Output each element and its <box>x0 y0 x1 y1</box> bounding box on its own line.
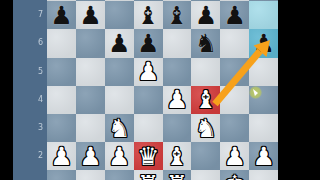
square-d3[interactable] <box>134 114 163 142</box>
black-bishop-d7[interactable]: ♝ <box>134 1 163 29</box>
rank-label-2: 2 <box>13 142 43 170</box>
white-pawn-e4[interactable]: ♟ <box>163 86 192 114</box>
square-g4[interactable] <box>220 86 249 114</box>
square-f3[interactable]: ♞ <box>191 114 220 142</box>
square-c3[interactable]: ♞ <box>105 114 134 142</box>
white-bishop-e2[interactable]: ♝ <box>163 142 192 170</box>
black-pawn-g7[interactable]: ♟ <box>220 1 249 29</box>
square-c4[interactable] <box>105 86 134 114</box>
square-g3[interactable] <box>220 114 249 142</box>
square-b5[interactable] <box>76 58 105 86</box>
square-h7[interactable] <box>249 1 278 29</box>
square-h1[interactable] <box>249 170 278 180</box>
white-pawn-c2[interactable]: ♟ <box>105 142 134 170</box>
square-d1[interactable]: ♜ <box>134 170 163 180</box>
square-d5[interactable]: ♟ <box>134 58 163 86</box>
white-rook-e1[interactable]: ♜ <box>163 170 192 180</box>
square-e4[interactable]: ♟ <box>163 86 192 114</box>
black-bishop-e7[interactable]: ♝ <box>163 1 192 29</box>
square-e5[interactable] <box>163 58 192 86</box>
square-a1[interactable] <box>47 170 76 180</box>
video-frame: 7 6 5 4 3 2 ♟♟♝♝♟♟♟♟♞♟♟♟♝♞♞♟♟♟♛♝♟♟♜♜♚ <box>0 0 320 180</box>
square-a7[interactable]: ♟ <box>47 1 76 29</box>
square-g7[interactable]: ♟ <box>220 1 249 29</box>
square-h4[interactable] <box>249 86 278 114</box>
black-pawn-f7[interactable]: ♟ <box>191 1 220 29</box>
black-pawn-b7[interactable]: ♟ <box>76 1 105 29</box>
square-a5[interactable] <box>47 58 76 86</box>
black-pawn-c6[interactable]: ♟ <box>105 29 134 57</box>
square-c2[interactable]: ♟ <box>105 142 134 170</box>
square-f2[interactable] <box>191 142 220 170</box>
square-d2[interactable]: ♛ <box>134 142 163 170</box>
square-c1[interactable] <box>105 170 134 180</box>
square-f6[interactable]: ♞ <box>191 29 220 57</box>
square-e3[interactable] <box>163 114 192 142</box>
square-g5[interactable] <box>220 58 249 86</box>
square-e7[interactable]: ♝ <box>163 1 192 29</box>
square-h6[interactable]: ♟ <box>249 29 278 57</box>
square-a6[interactable] <box>47 29 76 57</box>
square-b1[interactable] <box>76 170 105 180</box>
square-g2[interactable]: ♟ <box>220 142 249 170</box>
square-a3[interactable] <box>47 114 76 142</box>
black-knight-f6[interactable]: ♞ <box>191 29 220 57</box>
white-pawn-a2[interactable]: ♟ <box>47 142 76 170</box>
square-h2[interactable]: ♟ <box>249 142 278 170</box>
square-g1[interactable]: ♚ <box>220 170 249 180</box>
white-bishop-f4[interactable]: ♝ <box>191 86 220 114</box>
square-b3[interactable] <box>76 114 105 142</box>
square-a4[interactable] <box>47 86 76 114</box>
rank-label-4: 4 <box>13 86 43 114</box>
white-pawn-b2[interactable]: ♟ <box>76 142 105 170</box>
white-rook-d1[interactable]: ♜ <box>134 170 163 180</box>
square-c7[interactable] <box>105 1 134 29</box>
rank-label-6: 6 <box>13 29 43 57</box>
square-a2[interactable]: ♟ <box>47 142 76 170</box>
white-queen-d2[interactable]: ♛ <box>134 142 163 170</box>
square-f1[interactable] <box>191 170 220 180</box>
square-c5[interactable] <box>105 58 134 86</box>
rank-label-3: 3 <box>13 114 43 142</box>
white-knight-f3[interactable]: ♞ <box>191 114 220 142</box>
square-d4[interactable] <box>134 86 163 114</box>
square-h3[interactable] <box>249 114 278 142</box>
rank-label-7: 7 <box>13 1 43 29</box>
square-b6[interactable] <box>76 29 105 57</box>
square-f4[interactable]: ♝ <box>191 86 220 114</box>
square-e2[interactable]: ♝ <box>163 142 192 170</box>
square-g6[interactable] <box>220 29 249 57</box>
square-b4[interactable] <box>76 86 105 114</box>
square-e6[interactable] <box>163 29 192 57</box>
rank-coordinates-strip: 7 6 5 4 3 2 <box>13 0 47 180</box>
square-c6[interactable]: ♟ <box>105 29 134 57</box>
black-pawn-h6[interactable]: ♟ <box>249 29 278 57</box>
chess-board[interactable]: ♟♟♝♝♟♟♟♟♞♟♟♟♝♞♞♟♟♟♛♝♟♟♜♜♚ <box>47 0 278 180</box>
square-d6[interactable]: ♟ <box>134 29 163 57</box>
rank-label-5: 5 <box>13 58 43 86</box>
white-pawn-d5[interactable]: ♟ <box>134 58 163 86</box>
square-b2[interactable]: ♟ <box>76 142 105 170</box>
white-king-g1[interactable]: ♚ <box>220 170 249 180</box>
square-f5[interactable] <box>191 58 220 86</box>
square-b7[interactable]: ♟ <box>76 1 105 29</box>
square-h5[interactable] <box>249 58 278 86</box>
white-pawn-g2[interactable]: ♟ <box>220 142 249 170</box>
square-d7[interactable]: ♝ <box>134 1 163 29</box>
square-e1[interactable]: ♜ <box>163 170 192 180</box>
white-knight-c3[interactable]: ♞ <box>105 114 134 142</box>
white-pawn-h2[interactable]: ♟ <box>249 142 278 170</box>
black-pawn-a7[interactable]: ♟ <box>47 1 76 29</box>
square-f7[interactable]: ♟ <box>191 1 220 29</box>
black-pawn-d6[interactable]: ♟ <box>134 29 163 57</box>
